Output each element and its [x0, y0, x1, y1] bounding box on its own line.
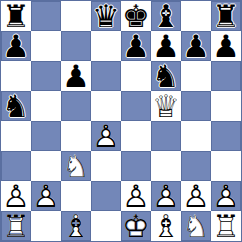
square-b2[interactable]: ♟♙: [31, 181, 61, 211]
black-bishop-glyph: ♝: [151, 1, 181, 31]
black-pawn-glyph: ♟: [121, 31, 151, 61]
square-h8[interactable]: ♜♖: [211, 1, 241, 31]
black-pawn-glyph: ♟: [211, 31, 241, 61]
square-f4[interactable]: [151, 121, 181, 151]
black-pawn-h7[interactable]: ♟♙: [211, 31, 241, 61]
square-a4[interactable]: [1, 121, 31, 151]
square-g1[interactable]: ♞♘: [181, 211, 211, 241]
square-c2[interactable]: [61, 181, 91, 211]
white-rook-outline: ♖: [211, 211, 241, 241]
square-h4[interactable]: [211, 121, 241, 151]
square-c6[interactable]: ♟♙: [61, 61, 91, 91]
square-d8[interactable]: ♛♕: [91, 1, 121, 31]
black-rook-glyph: ♜: [1, 1, 31, 31]
black-knight-glyph: ♞: [151, 61, 181, 91]
square-b5[interactable]: [31, 91, 61, 121]
square-c7[interactable]: [61, 31, 91, 61]
square-d6[interactable]: [91, 61, 121, 91]
square-a2[interactable]: ♟♙: [1, 181, 31, 211]
square-f3[interactable]: [151, 151, 181, 181]
square-c1[interactable]: ♝♗: [61, 211, 91, 241]
white-pawn-e2[interactable]: ♟♙: [121, 181, 151, 211]
white-king-outline: ♔: [121, 211, 151, 241]
square-h2[interactable]: ♟♙: [211, 181, 241, 211]
white-rook-h1[interactable]: ♜♖: [211, 211, 241, 241]
square-b8[interactable]: [31, 1, 61, 31]
square-e1[interactable]: ♚♔: [121, 211, 151, 241]
white-bishop-outline: ♗: [151, 211, 181, 241]
white-bishop-f1[interactable]: ♝♗: [151, 211, 181, 241]
square-b1[interactable]: [31, 211, 61, 241]
white-rook-a1[interactable]: ♜♖: [1, 211, 31, 241]
black-king-glyph: ♚: [121, 1, 151, 31]
square-c3[interactable]: ♞♘: [61, 151, 91, 181]
white-bishop-c1[interactable]: ♝♗: [61, 211, 91, 241]
square-f7[interactable]: ♟♙: [151, 31, 181, 61]
black-queen-d8[interactable]: ♛♕: [91, 1, 121, 31]
square-d3[interactable]: [91, 151, 121, 181]
black-pawn-a7[interactable]: ♟♙: [1, 31, 31, 61]
black-pawn-g7[interactable]: ♟♙: [181, 31, 211, 61]
white-rook-outline: ♖: [1, 211, 31, 241]
square-h3[interactable]: [211, 151, 241, 181]
white-knight-g1[interactable]: ♞♘: [181, 211, 211, 241]
black-pawn-e7[interactable]: ♟♙: [121, 31, 151, 61]
white-pawn-outline: ♙: [91, 121, 121, 151]
chess-board[interactable]: ♜♖♛♕♚♔♝♗♜♖♟♙♟♙♟♙♟♙♟♙♟♙♞♘♞♘♛♕♟♙♞♘♟♙♟♙♟♙♟♙…: [0, 0, 242, 242]
white-knight-c3[interactable]: ♞♘: [61, 151, 91, 181]
black-bishop-f8[interactable]: ♝♗: [151, 1, 181, 31]
white-pawn-outline: ♙: [121, 181, 151, 211]
square-c4[interactable]: [61, 121, 91, 151]
black-pawn-glyph: ♟: [181, 31, 211, 61]
white-bishop-outline: ♗: [61, 211, 91, 241]
square-f6[interactable]: ♞♘: [151, 61, 181, 91]
square-d2[interactable]: [91, 181, 121, 211]
square-f1[interactable]: ♝♗: [151, 211, 181, 241]
white-pawn-outline: ♙: [181, 181, 211, 211]
black-pawn-glyph: ♟: [1, 31, 31, 61]
square-d4[interactable]: ♟♙: [91, 121, 121, 151]
white-king-e1[interactable]: ♚♔: [121, 211, 151, 241]
black-rook-glyph: ♜: [211, 1, 241, 31]
square-g6[interactable]: [181, 61, 211, 91]
square-a3[interactable]: [1, 151, 31, 181]
square-a6[interactable]: [1, 61, 31, 91]
square-g8[interactable]: [181, 1, 211, 31]
chess-board-wrap: ♜♖♛♕♚♔♝♗♜♖♟♙♟♙♟♙♟♙♟♙♟♙♞♘♞♘♛♕♟♙♞♘♟♙♟♙♟♙♟♙…: [0, 0, 242, 242]
square-f5[interactable]: ♛♕: [151, 91, 181, 121]
white-queen-outline: ♕: [151, 91, 181, 121]
square-b6[interactable]: [31, 61, 61, 91]
white-pawn-b2[interactable]: ♟♙: [31, 181, 61, 211]
square-d1[interactable]: [91, 211, 121, 241]
square-a5[interactable]: ♞♘: [1, 91, 31, 121]
white-pawn-outline: ♙: [1, 181, 31, 211]
black-pawn-f7[interactable]: ♟♙: [151, 31, 181, 61]
square-g2[interactable]: ♟♙: [181, 181, 211, 211]
square-f2[interactable]: ♟♙: [151, 181, 181, 211]
square-h1[interactable]: ♜♖: [211, 211, 241, 241]
square-e6[interactable]: [121, 61, 151, 91]
white-queen-f5[interactable]: ♛♕: [151, 91, 181, 121]
black-pawn-c6[interactable]: ♟♙: [61, 61, 91, 91]
white-knight-outline: ♘: [61, 151, 91, 181]
square-f8[interactable]: ♝♗: [151, 1, 181, 31]
square-g4[interactable]: [181, 121, 211, 151]
white-pawn-outline: ♙: [31, 181, 61, 211]
square-e4[interactable]: [121, 121, 151, 151]
black-knight-f6[interactable]: ♞♘: [151, 61, 181, 91]
square-e2[interactable]: ♟♙: [121, 181, 151, 211]
square-d7[interactable]: [91, 31, 121, 61]
square-h5[interactable]: [211, 91, 241, 121]
black-knight-glyph: ♞: [1, 91, 31, 121]
white-pawn-d4[interactable]: ♟♙: [91, 121, 121, 151]
white-pawn-outline: ♙: [151, 181, 181, 211]
square-e7[interactable]: ♟♙: [121, 31, 151, 61]
white-pawn-a2[interactable]: ♟♙: [1, 181, 31, 211]
square-g3[interactable]: [181, 151, 211, 181]
square-a8[interactable]: ♜♖: [1, 1, 31, 31]
white-pawn-f2[interactable]: ♟♙: [151, 181, 181, 211]
square-e5[interactable]: [121, 91, 151, 121]
white-pawn-h2[interactable]: ♟♙: [211, 181, 241, 211]
white-pawn-g2[interactable]: ♟♙: [181, 181, 211, 211]
square-g7[interactable]: ♟♙: [181, 31, 211, 61]
square-e8[interactable]: ♚♔: [121, 1, 151, 31]
white-knight-outline: ♘: [181, 211, 211, 241]
square-a1[interactable]: ♜♖: [1, 211, 31, 241]
square-h6[interactable]: [211, 61, 241, 91]
black-rook-h8[interactable]: ♜♖: [211, 1, 241, 31]
black-queen-glyph: ♛: [91, 1, 121, 31]
white-pawn-outline: ♙: [211, 181, 241, 211]
square-g5[interactable]: [181, 91, 211, 121]
black-rook-a8[interactable]: ♜♖: [1, 1, 31, 31]
square-b7[interactable]: [31, 31, 61, 61]
square-d5[interactable]: [91, 91, 121, 121]
square-c8[interactable]: [61, 1, 91, 31]
square-c5[interactable]: [61, 91, 91, 121]
square-b4[interactable]: [31, 121, 61, 151]
black-pawn-glyph: ♟: [61, 61, 91, 91]
square-h7[interactable]: ♟♙: [211, 31, 241, 61]
square-a7[interactable]: ♟♙: [1, 31, 31, 61]
black-knight-a5[interactable]: ♞♘: [1, 91, 31, 121]
black-pawn-glyph: ♟: [151, 31, 181, 61]
square-e3[interactable]: [121, 151, 151, 181]
black-king-e8[interactable]: ♚♔: [121, 1, 151, 31]
square-b3[interactable]: [31, 151, 61, 181]
